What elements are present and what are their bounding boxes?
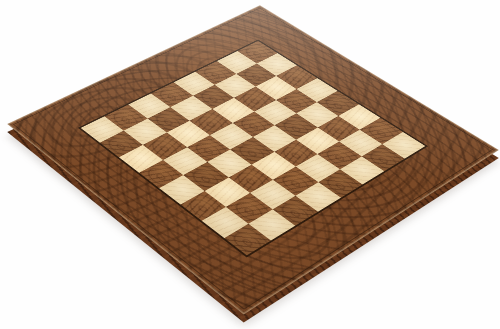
playfield-8x8 bbox=[81, 41, 426, 255]
chess-board bbox=[7, 5, 498, 314]
chess-board-photo bbox=[0, 0, 500, 329]
